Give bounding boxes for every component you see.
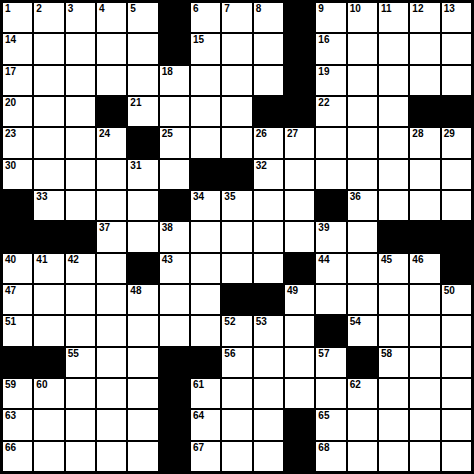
cell-r10c13[interactable] [379,285,408,314]
cell-r13c3[interactable] [66,379,95,408]
black-cell-r8c15 [442,222,471,251]
cell-r10c5[interactable]: 48 [128,285,157,314]
cell-r13c14[interactable] [410,379,439,408]
cell-r14c13[interactable] [379,410,408,439]
cell-r11c9[interactable]: 53 [254,316,283,345]
cell-r4c8[interactable] [222,97,251,126]
cell-r3c4[interactable] [97,66,126,95]
clue-number-49: 49 [287,285,298,297]
cell-r8c8[interactable] [222,222,251,251]
clue-number-11: 11 [381,3,392,15]
black-cell-r12c1 [3,348,32,377]
cell-r4c5[interactable]: 21 [128,97,157,126]
cell-r10c2[interactable] [34,285,63,314]
cell-r2c5[interactable] [128,34,157,63]
clue-number-36: 36 [350,191,361,203]
cell-r11c14[interactable] [410,316,439,345]
cell-r2c7[interactable]: 15 [191,34,220,63]
clue-number-38: 38 [162,222,173,234]
cell-r2c9[interactable] [254,34,283,63]
cell-r3c11[interactable]: 19 [316,66,345,95]
cell-r11c12[interactable]: 54 [348,316,377,345]
cell-r14c3[interactable] [66,410,95,439]
cell-r7c4[interactable] [97,191,126,220]
cell-r3c3[interactable] [66,66,95,95]
cell-r9c4[interactable] [97,254,126,283]
clue-number-56: 56 [224,348,235,360]
black-cell-r9c15 [442,254,471,283]
cell-r11c10[interactable] [285,316,314,345]
clue-number-55: 55 [68,348,79,360]
cell-r15c3[interactable] [66,442,95,471]
cell-r15c5[interactable] [128,442,157,471]
cell-r3c2[interactable] [34,66,63,95]
clue-number-43: 43 [162,254,173,266]
clue-number-39: 39 [318,222,329,234]
black-cell-r9c10 [285,254,314,283]
black-cell-r4c15 [442,97,471,126]
crossword-grid: 1234567891011121314151617181920212223242… [0,0,474,474]
cell-r13c2[interactable]: 60 [34,379,63,408]
cell-r10c12[interactable] [348,285,377,314]
cell-r1c5[interactable]: 5 [128,3,157,32]
cell-r15c12[interactable] [348,442,377,471]
clue-number-62: 62 [350,379,361,391]
cell-r5c15[interactable]: 29 [442,128,471,157]
cell-r3c12[interactable] [348,66,377,95]
cell-r8c4[interactable]: 37 [97,222,126,251]
black-cell-r15c10 [285,442,314,471]
clue-number-59: 59 [5,379,16,391]
cell-r11c2[interactable] [34,316,63,345]
cell-r6c11[interactable] [316,160,345,189]
cell-r12c4[interactable] [97,348,126,377]
cell-r7c15[interactable] [442,191,471,220]
black-cell-r8c1 [3,222,32,251]
cell-r3c13[interactable] [379,66,408,95]
cell-r15c11[interactable]: 68 [316,442,345,471]
cell-r15c14[interactable] [410,442,439,471]
cell-r14c2[interactable] [34,410,63,439]
cell-r11c1[interactable]: 51 [3,316,32,345]
cell-r3c14[interactable] [410,66,439,95]
black-cell-r13c6 [160,379,189,408]
cell-r10c1[interactable]: 47 [3,285,32,314]
cell-r5c2[interactable] [34,128,63,157]
cell-r4c13[interactable] [379,97,408,126]
cell-r12c5[interactable] [128,348,157,377]
cell-r3c15[interactable] [442,66,471,95]
cell-r5c12[interactable] [348,128,377,157]
cell-r4c11[interactable]: 22 [316,97,345,126]
cell-r12c11[interactable]: 57 [316,348,345,377]
black-cell-r4c9 [254,97,283,126]
cell-r15c2[interactable] [34,442,63,471]
cell-r5c6[interactable]: 25 [160,128,189,157]
black-cell-r8c2 [34,222,63,251]
black-cell-r12c12 [348,348,377,377]
clue-number-51: 51 [5,316,16,328]
cell-r12c14[interactable] [410,348,439,377]
cell-r12c3[interactable]: 55 [66,348,95,377]
cell-r12c9[interactable] [254,348,283,377]
clue-number-50: 50 [444,285,455,297]
clue-number-26: 26 [256,128,267,140]
cell-r14c15[interactable] [442,410,471,439]
cell-r12c13[interactable]: 58 [379,348,408,377]
cell-r15c1[interactable]: 66 [3,442,32,471]
clue-number-22: 22 [318,97,329,109]
cell-r8c9[interactable] [254,222,283,251]
clue-number-68: 68 [318,442,329,454]
cell-r2c13[interactable] [379,34,408,63]
cell-r10c11[interactable] [316,285,345,314]
clue-number-16: 16 [318,34,329,46]
black-cell-r7c6 [160,191,189,220]
clue-number-4: 4 [99,3,105,15]
clue-number-13: 13 [444,3,455,15]
cell-r4c3[interactable] [66,97,95,126]
cell-r9c3[interactable]: 42 [66,254,95,283]
black-cell-r8c13 [379,222,408,251]
clue-number-3: 3 [68,3,74,15]
cell-r7c3[interactable] [66,191,95,220]
clue-number-25: 25 [162,128,173,140]
cell-r2c8[interactable] [222,34,251,63]
cell-r9c14[interactable]: 46 [410,254,439,283]
cell-r14c8[interactable] [222,410,251,439]
black-cell-r4c4 [97,97,126,126]
clue-number-67: 67 [193,442,204,454]
black-cell-r6c8 [222,160,251,189]
cell-r3c7[interactable] [191,66,220,95]
cell-r11c7[interactable] [191,316,220,345]
clue-number-45: 45 [381,254,392,266]
clue-number-6: 6 [193,3,199,15]
cell-r2c14[interactable] [410,34,439,63]
cell-r10c15[interactable]: 50 [442,285,471,314]
cell-r1c9[interactable]: 8 [254,3,283,32]
cell-r6c5[interactable]: 31 [128,160,157,189]
cell-r1c7[interactable]: 6 [191,3,220,32]
cell-r5c1[interactable]: 23 [3,128,32,157]
cell-r1c11[interactable]: 9 [316,3,345,32]
cell-r4c12[interactable] [348,97,377,126]
cell-r15c4[interactable] [97,442,126,471]
clue-number-9: 9 [318,3,324,15]
cell-r14c12[interactable] [348,410,377,439]
clue-number-46: 46 [412,254,423,266]
cell-r15c9[interactable] [254,442,283,471]
clue-number-53: 53 [256,316,267,328]
cell-r13c5[interactable] [128,379,157,408]
cell-r7c8[interactable]: 35 [222,191,251,220]
black-cell-r10c9 [254,285,283,314]
cell-r15c7[interactable]: 67 [191,442,220,471]
cell-r10c6[interactable] [160,285,189,314]
cell-r6c12[interactable] [348,160,377,189]
cell-r2c4[interactable] [97,34,126,63]
cell-r10c3[interactable] [66,285,95,314]
cell-r6c3[interactable] [66,160,95,189]
cell-r6c4[interactable] [97,160,126,189]
black-cell-r11c11 [316,316,345,345]
cell-r10c10[interactable]: 49 [285,285,314,314]
cell-r4c7[interactable] [191,97,220,126]
black-cell-r4c10 [285,97,314,126]
black-cell-r7c1 [3,191,32,220]
cell-r11c4[interactable] [97,316,126,345]
cell-r9c13[interactable]: 45 [379,254,408,283]
clue-number-48: 48 [130,285,141,297]
cell-r5c7[interactable] [191,128,220,157]
black-cell-r12c2 [34,348,63,377]
cell-r3c6[interactable]: 18 [160,66,189,95]
cell-r5c8[interactable] [222,128,251,157]
clue-number-44: 44 [318,254,329,266]
cell-r1c13[interactable]: 11 [379,3,408,32]
cell-r2c2[interactable] [34,34,63,63]
cell-r3c5[interactable] [128,66,157,95]
cell-r9c6[interactable]: 43 [160,254,189,283]
clue-number-1: 1 [5,3,11,15]
cell-r10c7[interactable] [191,285,220,314]
cell-r7c12[interactable]: 36 [348,191,377,220]
clue-number-30: 30 [5,160,16,172]
clue-number-21: 21 [130,97,141,109]
cell-r12c8[interactable]: 56 [222,348,251,377]
black-cell-r1c10 [285,3,314,32]
clue-number-32: 32 [256,160,267,172]
clue-number-37: 37 [99,222,110,234]
clue-number-15: 15 [193,34,204,46]
cell-r3c8[interactable] [222,66,251,95]
clue-number-19: 19 [318,66,329,78]
clue-number-20: 20 [5,97,16,109]
clue-number-54: 54 [350,316,361,328]
cell-r8c12[interactable] [348,222,377,251]
cell-r9c8[interactable] [222,254,251,283]
cell-r2c11[interactable]: 16 [316,34,345,63]
cell-r14c7[interactable]: 64 [191,410,220,439]
cell-r14c14[interactable] [410,410,439,439]
black-cell-r3c10 [285,66,314,95]
cell-r5c10[interactable]: 27 [285,128,314,157]
clue-number-24: 24 [99,128,110,140]
black-cell-r12c7 [191,348,220,377]
clue-number-5: 5 [130,3,136,15]
black-cell-r4c14 [410,97,439,126]
clue-number-66: 66 [5,442,16,454]
cell-r11c6[interactable] [160,316,189,345]
cell-r13c10[interactable] [285,379,314,408]
cell-r11c8[interactable]: 52 [222,316,251,345]
cell-r14c1[interactable]: 63 [3,410,32,439]
cell-r3c1[interactable]: 17 [3,66,32,95]
cell-r8c11[interactable]: 39 [316,222,345,251]
clue-number-33: 33 [36,191,47,203]
cell-r5c4[interactable]: 24 [97,128,126,157]
cell-r14c4[interactable] [97,410,126,439]
clue-number-8: 8 [256,3,262,15]
cell-r5c3[interactable] [66,128,95,157]
cell-r1c8[interactable]: 7 [222,3,251,32]
cell-r1c2[interactable]: 2 [34,3,63,32]
black-cell-r7c11 [316,191,345,220]
cell-r13c12[interactable]: 62 [348,379,377,408]
cell-r12c10[interactable] [285,348,314,377]
cell-r14c11[interactable]: 65 [316,410,345,439]
cell-r13c8[interactable] [222,379,251,408]
black-cell-r6c7 [191,160,220,189]
cell-r8c5[interactable] [128,222,157,251]
cell-r11c13[interactable] [379,316,408,345]
cell-r5c11[interactable] [316,128,345,157]
cell-r13c13[interactable] [379,379,408,408]
cell-r9c11[interactable]: 44 [316,254,345,283]
cell-r1c14[interactable]: 12 [410,3,439,32]
black-cell-r10c8 [222,285,251,314]
cell-r9c9[interactable] [254,254,283,283]
cell-r3c9[interactable] [254,66,283,95]
clue-number-42: 42 [68,254,79,266]
clue-number-2: 2 [36,3,42,15]
black-cell-r2c10 [285,34,314,63]
black-cell-r14c10 [285,410,314,439]
cell-r10c4[interactable] [97,285,126,314]
clue-number-17: 17 [5,66,16,78]
cell-r9c2[interactable]: 41 [34,254,63,283]
cell-r7c2[interactable]: 33 [34,191,63,220]
clue-number-14: 14 [5,34,16,46]
clue-number-47: 47 [5,285,16,297]
cell-r5c14[interactable]: 28 [410,128,439,157]
cell-r7c13[interactable] [379,191,408,220]
cell-r9c12[interactable] [348,254,377,283]
black-cell-r12c6 [160,348,189,377]
black-cell-r8c3 [66,222,95,251]
clue-number-23: 23 [5,128,16,140]
cell-r11c15[interactable] [442,316,471,345]
clue-number-57: 57 [318,348,329,360]
clue-number-34: 34 [193,191,204,203]
cell-r7c9[interactable] [254,191,283,220]
cell-r5c9[interactable]: 26 [254,128,283,157]
cell-r15c8[interactable] [222,442,251,471]
cell-r8c7[interactable] [191,222,220,251]
clue-number-7: 7 [224,3,230,15]
black-cell-r8c14 [410,222,439,251]
cell-r11c5[interactable] [128,316,157,345]
clue-number-63: 63 [5,410,16,422]
cell-r6c10[interactable] [285,160,314,189]
cell-r2c12[interactable] [348,34,377,63]
clue-number-58: 58 [381,348,392,360]
cell-r6c15[interactable] [442,160,471,189]
cell-r6c6[interactable] [160,160,189,189]
cell-r7c14[interactable] [410,191,439,220]
clue-number-64: 64 [193,410,204,422]
cell-r6c2[interactable] [34,160,63,189]
clue-number-10: 10 [350,3,361,15]
cell-r1c3[interactable]: 3 [66,3,95,32]
black-cell-r1c6 [160,3,189,32]
cell-r11c3[interactable] [66,316,95,345]
cell-r7c10[interactable] [285,191,314,220]
clue-number-35: 35 [224,191,235,203]
clue-number-40: 40 [5,254,16,266]
cell-r15c13[interactable] [379,442,408,471]
cell-r8c10[interactable] [285,222,314,251]
clue-number-52: 52 [224,316,235,328]
cell-r9c1[interactable]: 40 [3,254,32,283]
cell-r15c15[interactable] [442,442,471,471]
cell-r2c3[interactable] [66,34,95,63]
clue-number-60: 60 [36,379,47,391]
clue-number-41: 41 [36,254,47,266]
cell-r1c15[interactable]: 13 [442,3,471,32]
clue-number-12: 12 [412,3,423,15]
cell-r1c1[interactable]: 1 [3,3,32,32]
cell-r13c7[interactable]: 61 [191,379,220,408]
black-cell-r15c6 [160,442,189,471]
cell-r6c9[interactable]: 32 [254,160,283,189]
clue-number-18: 18 [162,66,173,78]
cell-r4c2[interactable] [34,97,63,126]
cell-r8c6[interactable]: 38 [160,222,189,251]
cell-r4c1[interactable]: 20 [3,97,32,126]
cell-r13c9[interactable] [254,379,283,408]
clue-number-65: 65 [318,410,329,422]
cell-r13c4[interactable] [97,379,126,408]
black-cell-r9c5 [128,254,157,283]
cell-r13c11[interactable] [316,379,345,408]
cell-r12c15[interactable] [442,348,471,377]
cell-r10c14[interactable] [410,285,439,314]
cell-r6c13[interactable] [379,160,408,189]
clue-number-28: 28 [412,128,423,140]
cell-r13c1[interactable]: 59 [3,379,32,408]
black-cell-r14c6 [160,410,189,439]
cell-r2c1[interactable]: 14 [3,34,32,63]
cell-r4c6[interactable] [160,97,189,126]
cell-r9c7[interactable] [191,254,220,283]
clue-number-27: 27 [287,128,298,140]
clue-number-29: 29 [444,128,455,140]
cell-r6c1[interactable]: 30 [3,160,32,189]
cell-r2c15[interactable] [442,34,471,63]
black-cell-r2c6 [160,34,189,63]
cell-r1c12[interactable]: 10 [348,3,377,32]
cell-r13c15[interactable] [442,379,471,408]
clue-number-61: 61 [193,379,204,391]
cell-r6c14[interactable] [410,160,439,189]
cell-r7c5[interactable] [128,191,157,220]
cell-r14c5[interactable] [128,410,157,439]
cell-r1c4[interactable]: 4 [97,3,126,32]
cell-r7c7[interactable]: 34 [191,191,220,220]
cell-r14c9[interactable] [254,410,283,439]
clue-number-31: 31 [130,160,141,172]
cell-r5c13[interactable] [379,128,408,157]
black-cell-r5c5 [128,128,157,157]
